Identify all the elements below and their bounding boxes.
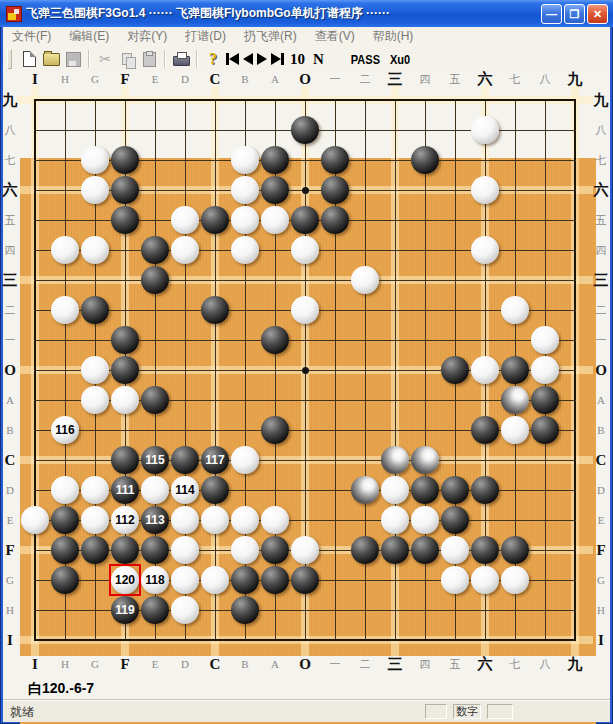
stone[interactable] [141,266,169,294]
stone[interactable] [201,476,229,504]
stone[interactable] [441,476,469,504]
stone[interactable] [231,596,259,624]
last-move-button[interactable] [271,53,284,65]
menu-item-5[interactable]: 查看(V) [306,26,364,47]
coord-label: F [120,71,129,88]
star-point [302,367,309,374]
stone[interactable] [381,536,409,564]
coord-label: O [595,362,607,379]
stone[interactable] [471,356,499,384]
stone[interactable] [501,296,529,324]
coord-label: 六 [3,181,18,200]
stone[interactable] [411,506,439,534]
maximize-button[interactable]: ❐ [564,4,585,24]
stone[interactable] [81,536,109,564]
coord-label: O [4,362,16,379]
stone[interactable] [351,536,379,564]
stone[interactable] [231,566,259,594]
stone[interactable] [441,536,469,564]
menu-item-4[interactable]: 扔飞弹(R) [235,26,306,47]
coord-label: F [596,542,605,559]
coord-label: 六 [478,70,493,89]
stone[interactable] [171,236,199,264]
stone[interactable] [111,356,139,384]
stone[interactable] [381,506,409,534]
stone[interactable] [261,416,289,444]
new-file-icon [23,51,36,67]
coord-label: G [91,73,99,85]
coord-label: H [61,73,69,85]
xu-button[interactable]: Xu0 [390,52,410,66]
coord-label: I [32,656,38,673]
stone[interactable] [471,476,499,504]
toolbar-grip[interactable] [7,49,12,69]
stone[interactable] [171,596,199,624]
stone[interactable] [111,536,139,564]
stone[interactable] [81,176,109,204]
coord-label: 八 [596,123,607,138]
grid-line [34,280,576,281]
stone[interactable] [51,476,79,504]
stone[interactable] [231,146,259,174]
stone[interactable] [231,236,259,264]
coord-label: 四 [420,72,431,87]
stone[interactable] [291,566,319,594]
status-cell-mode: 数字 [453,704,481,719]
resize-grip[interactable] [595,707,608,720]
stone[interactable] [501,416,529,444]
stone[interactable] [291,116,319,144]
coord-label: A [271,658,279,670]
stone[interactable] [411,446,439,474]
stone[interactable] [441,356,469,384]
coord-label: F [5,542,14,559]
stone[interactable] [51,566,79,594]
coord-label: 八 [540,72,551,87]
last-move-marker [109,564,141,596]
coord-label: 七 [596,153,607,168]
coord-label: 三 [388,70,403,89]
coord-label: 五 [596,213,607,228]
stone[interactable] [531,416,559,444]
status-cell-empty-2 [487,704,513,719]
stone[interactable] [441,566,469,594]
status-bar: 就绪 数字 [3,700,610,722]
coord-label: 九 [594,91,609,110]
stone[interactable] [231,536,259,564]
coord-label: D [597,484,605,496]
coord-label: 九 [568,70,583,89]
coord-label: B [241,73,248,85]
minimize-button[interactable]: — [541,4,562,24]
coord-label: 七 [510,72,521,87]
paste-icon [143,52,156,67]
jump-ten-button[interactable]: 10 [290,51,305,68]
coord-label: 八 [5,123,16,138]
stone[interactable] [171,206,199,234]
prev-move-button[interactable] [243,53,253,65]
coord-label: 二 [596,303,607,318]
stone[interactable] [201,296,229,324]
stone[interactable] [321,146,349,174]
stone[interactable] [171,536,199,564]
stone[interactable] [81,146,109,174]
first-move-icon [229,53,239,65]
coord-label: 二 [5,303,16,318]
menu-bar: 文件(F)编辑(E)对弈(Y)打谱(D)扔飞弹(R)查看(V)帮助(H) [3,27,610,46]
save-floppy-icon [66,52,81,67]
stone[interactable] [291,206,319,234]
stone[interactable] [81,296,109,324]
stone-move-116[interactable]: 116 [51,416,79,444]
stone[interactable] [471,416,499,444]
stone[interactable] [81,236,109,264]
stone[interactable] [291,536,319,564]
stone[interactable] [81,476,109,504]
window-title: 飞弹三色围棋F3Go1.4 ······ 飞弹围棋FlybombGo单机打谱程序… [26,5,390,22]
stone[interactable] [201,506,229,534]
coord-label: 四 [596,243,607,258]
stone[interactable] [81,506,109,534]
copy-icon [122,53,132,65]
stone-move-111[interactable]: 111 [111,476,139,504]
next-move-icon [257,53,267,65]
coord-label: 一 [5,333,16,348]
coord-label: 一 [330,657,341,672]
stone[interactable] [141,386,169,414]
stone[interactable] [471,116,499,144]
stone[interactable] [111,446,139,474]
close-button[interactable]: ✕ [587,4,608,24]
stone[interactable] [261,506,289,534]
coord-label: O [299,71,311,88]
stone[interactable] [231,446,259,474]
last-move-icon [281,53,284,65]
coord-label: F [120,656,129,673]
coord-label: E [598,514,605,526]
stone[interactable] [111,176,139,204]
stone-move-117[interactable]: 117 [201,446,229,474]
stone[interactable] [81,356,109,384]
coord-label: C [596,452,607,469]
stone[interactable] [111,326,139,354]
stone[interactable] [111,146,139,174]
coord-label: 五 [450,657,461,672]
coord-label: A [597,394,605,406]
coord-label: 五 [450,72,461,87]
new-file-button[interactable] [19,49,39,69]
stone-move-115[interactable]: 115 [141,446,169,474]
help-icon: ? [209,50,217,68]
coord-label: C [5,452,16,469]
menu-item-2[interactable]: 对弈(Y) [118,26,176,47]
toolbar-separator [164,50,166,68]
stone[interactable] [291,296,319,324]
coord-label: D [181,658,189,670]
stone[interactable] [141,236,169,264]
title-bar[interactable]: 飞弹三色围棋F3Go1.4 ······ 飞弹围棋FlybombGo单机打谱程序… [0,0,613,27]
stone[interactable] [51,536,79,564]
coord-label: 二 [360,657,371,672]
stone[interactable] [351,476,379,504]
coord-label: B [597,424,604,436]
stone[interactable] [261,566,289,594]
coord-label: I [7,632,13,649]
stone[interactable] [231,176,259,204]
save-button[interactable] [63,49,83,69]
stone[interactable] [261,326,289,354]
coord-label: G [597,574,605,586]
stone[interactable] [381,476,409,504]
coord-label: G [91,658,99,670]
coord-label: A [271,73,279,85]
stone[interactable] [531,386,559,414]
stone[interactable] [171,566,199,594]
goto-move-n-button[interactable]: N [313,51,324,68]
toolbar-separator [196,50,198,68]
stone[interactable] [501,386,529,414]
last-move-icon [271,53,281,65]
cut-scissors-icon: ✂ [99,52,111,66]
open-file-button[interactable] [41,49,61,69]
stone[interactable] [51,236,79,264]
coord-label: C [210,656,221,673]
stone-move-113[interactable]: 113 [141,506,169,534]
coord-label: 九 [3,91,18,110]
current-move-text: 白120.-6-7 [28,680,94,698]
menu-item-6[interactable]: 帮助(H) [364,26,423,47]
stone[interactable] [471,536,499,564]
coord-label: 七 [510,657,521,672]
stone[interactable] [51,296,79,324]
stone[interactable] [201,566,229,594]
toolbar-separator [88,50,90,68]
coord-label: 一 [330,72,341,87]
pass-button[interactable]: PASS [351,52,380,66]
stone[interactable] [411,536,439,564]
help-button[interactable]: ? [203,49,223,69]
menu-item-0[interactable]: 文件(F) [3,26,60,47]
coord-label: 三 [594,271,609,290]
stone[interactable] [501,356,529,384]
stone[interactable] [411,146,439,174]
copy-button[interactable] [117,49,137,69]
star-point [302,187,309,194]
stone[interactable] [471,176,499,204]
open-folder-icon [43,53,60,66]
stone[interactable] [81,386,109,414]
paste-button[interactable] [139,49,159,69]
app-window: 飞弹三色围棋F3Go1.4 ······ 飞弹围棋FlybombGo单机打谱程序… [0,0,613,724]
stone[interactable] [231,506,259,534]
cut-button[interactable]: ✂ [95,49,115,69]
stone[interactable] [261,176,289,204]
print-icon [173,56,190,66]
stone-move-112[interactable]: 112 [111,506,139,534]
stone[interactable] [501,566,529,594]
stone[interactable] [291,236,319,264]
stone[interactable] [171,506,199,534]
coord-label: 八 [540,657,551,672]
stone[interactable] [141,596,169,624]
stone[interactable] [471,236,499,264]
toolbar: ✂ ? 10 N PASS Xu0 [3,46,610,73]
coord-label: H [6,604,14,616]
stone[interactable] [141,536,169,564]
grid-line [34,99,576,101]
stone[interactable] [381,446,409,474]
menu-item-1[interactable]: 编辑(E) [60,26,118,47]
coord-label: 三 [3,271,18,290]
stone[interactable] [231,206,259,234]
stone-move-114[interactable]: 114 [171,476,199,504]
coord-label: G [6,574,14,586]
stone[interactable] [261,146,289,174]
stone[interactable] [411,476,439,504]
stone[interactable] [141,476,169,504]
stone[interactable] [321,206,349,234]
menu-item-3[interactable]: 打谱(D) [176,26,235,47]
coord-label: H [61,658,69,670]
stone-move-118[interactable]: 118 [141,566,169,594]
coord-label: 二 [360,72,371,87]
status-ready-text: 就绪 [10,704,34,721]
stone[interactable] [261,536,289,564]
coord-label: E [152,73,159,85]
coord-label: E [152,658,159,670]
first-move-button[interactable] [226,53,239,65]
coord-label: 七 [5,153,16,168]
coord-label: D [181,73,189,85]
stone[interactable] [351,266,379,294]
coord-label: A [6,394,14,406]
stone[interactable] [171,446,199,474]
stone[interactable] [21,506,49,534]
prev-move-icon [243,53,253,65]
stone[interactable] [111,206,139,234]
app-icon [6,6,22,22]
coord-label: H [597,604,605,616]
coord-label: 六 [478,655,493,674]
coord-label: I [598,632,604,649]
status-cell-empty-1 [425,704,447,719]
coord-label: C [210,71,221,88]
stone[interactable] [531,326,559,354]
coord-label: I [32,71,38,88]
coord-label: 四 [420,657,431,672]
coord-label: 九 [568,655,583,674]
coord-label: 一 [596,333,607,348]
coord-label: B [6,424,13,436]
stone[interactable] [201,206,229,234]
stone[interactable] [471,566,499,594]
stone[interactable] [501,536,529,564]
stone[interactable] [321,176,349,204]
coord-label: 五 [5,213,16,228]
stone[interactable] [441,506,469,534]
next-move-button[interactable] [257,53,267,65]
coord-label: 六 [594,181,609,200]
stone[interactable] [261,206,289,234]
coord-label: E [7,514,14,526]
coord-label: B [241,658,248,670]
print-button[interactable] [171,49,191,69]
grid-line [34,639,576,641]
stone[interactable] [111,386,139,414]
stone[interactable] [531,356,559,384]
coord-label: O [299,656,311,673]
coord-label: 四 [5,243,16,258]
stone-move-119[interactable]: 119 [111,596,139,624]
coord-label: 三 [388,655,403,674]
coord-label: D [6,484,14,496]
stone[interactable] [51,506,79,534]
